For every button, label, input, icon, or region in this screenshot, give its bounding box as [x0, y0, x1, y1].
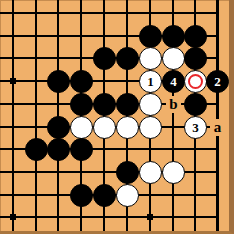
black-stone	[184, 47, 207, 70]
white-stone: 1	[139, 70, 162, 93]
black-stone	[47, 138, 70, 161]
black-stone	[70, 184, 93, 207]
white-stone	[139, 116, 162, 139]
point-label-a: a	[210, 119, 225, 136]
star-point	[147, 214, 153, 220]
white-stone	[116, 116, 139, 139]
white-stone	[162, 47, 185, 70]
white-stone	[116, 184, 139, 207]
black-stone	[139, 25, 162, 48]
black-stone	[116, 161, 139, 184]
white-stone	[184, 70, 207, 93]
move-number-label: 2	[214, 75, 221, 88]
black-stone	[93, 93, 116, 116]
black-stone: 4	[162, 70, 185, 93]
grid-line-horizontal	[0, 216, 219, 218]
black-stone	[25, 138, 48, 161]
white-stone	[139, 93, 162, 116]
white-stone: 3	[184, 116, 207, 139]
star-point	[10, 78, 16, 84]
black-stone	[116, 93, 139, 116]
black-stone: 2	[206, 70, 229, 93]
move-number-label: 4	[170, 75, 177, 88]
black-stone	[93, 184, 116, 207]
move-number-label: 3	[192, 121, 199, 134]
circle-marker-icon	[188, 74, 203, 89]
black-stone	[93, 47, 116, 70]
black-stone	[184, 93, 207, 116]
black-stone	[116, 47, 139, 70]
white-stone	[93, 116, 116, 139]
white-stone	[139, 47, 162, 70]
black-stone	[70, 70, 93, 93]
black-stone	[184, 25, 207, 48]
black-stone	[70, 93, 93, 116]
black-stone	[162, 25, 185, 48]
point-label-b: b	[166, 96, 181, 113]
black-stone	[47, 70, 70, 93]
go-board: 1423ba	[0, 0, 234, 234]
black-stone	[47, 116, 70, 139]
white-stone	[162, 161, 185, 184]
black-stone	[70, 138, 93, 161]
grid-line-horizontal	[0, 12, 219, 14]
star-point	[10, 214, 16, 220]
white-stone	[70, 116, 93, 139]
white-stone	[139, 161, 162, 184]
grid-line-horizontal	[0, 171, 219, 173]
move-number-label: 1	[147, 75, 154, 88]
